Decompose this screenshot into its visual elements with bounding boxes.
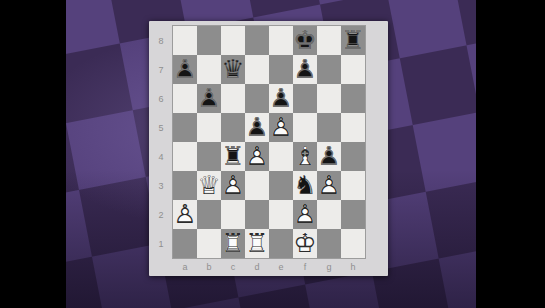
- piece-white-king: ♚♔: [293, 229, 317, 258]
- square-a5: [173, 113, 197, 142]
- board-grid: ♚♔♜♖♟♙♛♕♟♙♟♙♟♙♟♙♟♙♜♖♟♙♝♗♟♙♛♕♟♙♞♘♟♙♟♙♟♙♜♖…: [173, 26, 365, 258]
- square-g5: [317, 113, 341, 142]
- square-g8: [317, 26, 341, 55]
- file-label-c: c: [221, 258, 245, 276]
- square-e1: [269, 229, 293, 258]
- rank-label-4: 4: [149, 142, 173, 171]
- piece-white-queen: ♛♕: [197, 171, 221, 200]
- square-f4: ♝♗: [293, 142, 317, 171]
- piece-white-pawn: ♟♙: [317, 171, 341, 200]
- square-f7: ♟♙: [293, 55, 317, 84]
- piece-black-pawn: ♟♙: [317, 142, 341, 171]
- square-b5: [197, 113, 221, 142]
- square-c6: [221, 84, 245, 113]
- square-f2: ♟♙: [293, 200, 317, 229]
- file-label-a: a: [173, 258, 197, 276]
- square-f6: [293, 84, 317, 113]
- square-b8: [197, 26, 221, 55]
- piece-black-pawn: ♟♙: [293, 55, 317, 84]
- square-f5: [293, 113, 317, 142]
- square-c4: ♜♖: [221, 142, 245, 171]
- square-g3: ♟♙: [317, 171, 341, 200]
- piece-black-king: ♚♔: [293, 26, 317, 55]
- square-b1: [197, 229, 221, 258]
- square-a2: ♟♙: [173, 200, 197, 229]
- square-f1: ♚♔: [293, 229, 317, 258]
- square-c5: [221, 113, 245, 142]
- square-h6: [341, 84, 365, 113]
- square-c3: ♟♙: [221, 171, 245, 200]
- square-h3: [341, 171, 365, 200]
- square-a1: [173, 229, 197, 258]
- square-a8: [173, 26, 197, 55]
- rank-label-6: 6: [149, 84, 173, 113]
- square-b4: [197, 142, 221, 171]
- square-g1: [317, 229, 341, 258]
- square-e5: ♟♙: [269, 113, 293, 142]
- square-e2: [269, 200, 293, 229]
- file-labels: abcdefgh: [173, 258, 365, 276]
- square-e4: [269, 142, 293, 171]
- square-c1: ♜♖: [221, 229, 245, 258]
- square-d4: ♟♙: [245, 142, 269, 171]
- piece-black-knight: ♞♘: [293, 171, 317, 200]
- square-b3: ♛♕: [197, 171, 221, 200]
- piece-white-pawn: ♟♙: [293, 200, 317, 229]
- rank-label-1: 1: [149, 229, 173, 258]
- rank-labels: 87654321: [149, 26, 173, 258]
- square-f8: ♚♔: [293, 26, 317, 55]
- piece-white-pawn: ♟♙: [221, 171, 245, 200]
- square-e8: [269, 26, 293, 55]
- square-c2: [221, 200, 245, 229]
- rank-label-3: 3: [149, 171, 173, 200]
- square-g7: [317, 55, 341, 84]
- rank-label-2: 2: [149, 200, 173, 229]
- piece-black-pawn: ♟♙: [173, 55, 197, 84]
- piece-black-pawn: ♟♙: [197, 84, 221, 113]
- square-d1: ♜♖: [245, 229, 269, 258]
- rank-label-5: 5: [149, 113, 173, 142]
- square-a4: [173, 142, 197, 171]
- piece-white-bishop: ♝♗: [293, 142, 317, 171]
- file-label-e: e: [269, 258, 293, 276]
- square-h4: [341, 142, 365, 171]
- square-d8: [245, 26, 269, 55]
- piece-black-pawn: ♟♙: [269, 84, 293, 113]
- video-frame: 87654321 ♚♔♜♖♟♙♛♕♟♙♟♙♟♙♟♙♟♙♜♖♟♙♝♗♟♙♛♕♟♙♞…: [0, 0, 545, 308]
- file-label-b: b: [197, 258, 221, 276]
- square-g4: ♟♙: [317, 142, 341, 171]
- file-label-h: h: [341, 258, 365, 276]
- square-d7: [245, 55, 269, 84]
- piece-black-rook: ♜♖: [221, 142, 245, 171]
- square-e6: ♟♙: [269, 84, 293, 113]
- piece-black-pawn: ♟♙: [245, 113, 269, 142]
- piece-white-rook: ♜♖: [221, 229, 245, 258]
- piece-white-pawn: ♟♙: [245, 142, 269, 171]
- rank-label-7: 7: [149, 55, 173, 84]
- square-d6: [245, 84, 269, 113]
- square-b2: [197, 200, 221, 229]
- square-g6: [317, 84, 341, 113]
- square-c7: ♛♕: [221, 55, 245, 84]
- square-a3: [173, 171, 197, 200]
- piece-white-pawn: ♟♙: [173, 200, 197, 229]
- square-c8: [221, 26, 245, 55]
- file-label-g: g: [317, 258, 341, 276]
- square-h7: [341, 55, 365, 84]
- rank-label-8: 8: [149, 26, 173, 55]
- square-h8: ♜♖: [341, 26, 365, 55]
- piece-black-rook: ♜♖: [341, 26, 365, 55]
- file-label-d: d: [245, 258, 269, 276]
- chessboard: 87654321 ♚♔♜♖♟♙♛♕♟♙♟♙♟♙♟♙♟♙♜♖♟♙♝♗♟♙♛♕♟♙♞…: [149, 21, 388, 276]
- square-d3: [245, 171, 269, 200]
- square-e3: [269, 171, 293, 200]
- square-h5: [341, 113, 365, 142]
- square-h1: [341, 229, 365, 258]
- square-a6: [173, 84, 197, 113]
- square-a7: ♟♙: [173, 55, 197, 84]
- square-d5: ♟♙: [245, 113, 269, 142]
- piece-black-queen: ♛♕: [221, 55, 245, 84]
- square-d2: [245, 200, 269, 229]
- square-h2: [341, 200, 365, 229]
- square-f3: ♞♘: [293, 171, 317, 200]
- square-g2: [317, 200, 341, 229]
- piece-white-rook: ♜♖: [245, 229, 269, 258]
- file-label-f: f: [293, 258, 317, 276]
- square-b6: ♟♙: [197, 84, 221, 113]
- square-b7: [197, 55, 221, 84]
- square-e7: [269, 55, 293, 84]
- piece-white-pawn: ♟♙: [269, 113, 293, 142]
